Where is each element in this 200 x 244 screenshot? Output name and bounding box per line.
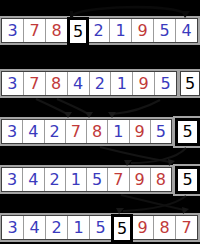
cell-r4c2: 4 <box>23 168 44 191</box>
cell-r3c8: 5 <box>151 120 171 143</box>
cell-r5c7: 9 <box>132 216 154 239</box>
cell-r1c9: 4 <box>176 19 197 42</box>
cell-r5c8: 8 <box>154 216 176 239</box>
cell-r1c5: 2 <box>88 19 110 42</box>
row-3-cells: 34278195 <box>1 119 172 144</box>
cell-r5c1: 3 <box>2 216 24 239</box>
swap-arrow-8-right <box>57 99 88 114</box>
step-row-1: 378521954 <box>1 18 198 43</box>
cell-r5c5: 5 <box>90 216 112 239</box>
cell-r4c5: 5 <box>87 168 108 191</box>
cell-r1c6: 1 <box>110 19 132 42</box>
row-4-cells: 34215798 <box>1 167 172 192</box>
arrowhead-row3-p5 <box>85 112 93 118</box>
cell-r3c6: 1 <box>108 120 129 143</box>
cell-r2c5: 2 <box>90 72 112 95</box>
cell-r3c3: 2 <box>45 120 66 143</box>
cell-r5c9: 7 <box>176 216 197 239</box>
cell-r5c3: 2 <box>46 216 68 239</box>
swap-arrow-left <box>113 100 160 114</box>
swap-arrow-to-middle <box>131 148 186 163</box>
cell-r2c4: 4 <box>68 72 90 95</box>
arrowhead-row4-p8 <box>168 159 175 166</box>
cell-r3c2: 4 <box>23 120 44 143</box>
cell-r1c2: 7 <box>24 19 46 42</box>
cell-r5c6-pivot: 5 <box>111 214 133 243</box>
cell-r2c3: 8 <box>46 72 68 95</box>
cell-r4c3: 2 <box>45 168 66 191</box>
cell-r1c1: 3 <box>2 19 24 42</box>
detached-pivot-cell-row-4: 5 <box>175 166 200 194</box>
arrowhead-row5-p9 <box>182 207 189 214</box>
cell-r3c7: 9 <box>130 120 151 143</box>
swap-arrow-to-right <box>100 147 170 162</box>
step-row-3: 342781955 <box>1 119 200 144</box>
detached-pivot-cell-row-2: 5 <box>180 71 200 96</box>
cell-r4c7: 9 <box>130 168 151 191</box>
cell-r2c7: 9 <box>133 72 155 95</box>
cell-r1c3: 8 <box>46 19 68 42</box>
detached-pivot-cell-row-3: 5 <box>175 118 200 146</box>
arrowhead-row3-p4 <box>64 112 72 118</box>
row-2-cells: 37842195 <box>1 71 177 96</box>
cell-r3c5: 8 <box>87 120 108 143</box>
cell-r4c1: 3 <box>2 168 23 191</box>
cell-r5c2: 4 <box>24 216 46 239</box>
arrowhead-row1-last <box>181 11 190 18</box>
displaced-7-arrow <box>121 195 184 210</box>
cell-r2c1: 3 <box>2 72 24 95</box>
quicksort-diagram: 3785219543784219553427819553421579853421… <box>0 0 200 244</box>
cell-r1c4-pivot: 5 <box>67 17 89 46</box>
arrowhead-row4-p6 <box>124 160 132 166</box>
row-5-cells: 342155987 <box>1 215 198 240</box>
step-row-2: 378421955 <box>1 71 200 96</box>
cell-r3c1: 3 <box>2 120 23 143</box>
step-row-5: 342155987 <box>1 215 198 240</box>
step-row-4: 342157985 <box>1 167 200 192</box>
cell-r2c8: 5 <box>155 72 176 95</box>
pivot-into-place-arrow <box>123 196 186 211</box>
cell-r2c2: 7 <box>24 72 46 95</box>
cell-r5c4: 1 <box>68 216 90 239</box>
cell-r4c4: 1 <box>66 168 87 191</box>
cell-r4c8: 8 <box>151 168 171 191</box>
swap-pivot-to-last-arrow <box>71 7 185 17</box>
swap-arrow-7-right <box>36 99 67 114</box>
arrowhead-row3-p6 <box>108 112 116 118</box>
cell-r3c4: 7 <box>66 120 87 143</box>
cell-r1c8: 5 <box>154 19 176 42</box>
cell-r1c7: 9 <box>132 19 154 42</box>
row-1-cells: 378521954 <box>1 18 198 43</box>
cell-r2c6: 1 <box>111 72 133 95</box>
cell-r4c6: 7 <box>108 168 129 191</box>
